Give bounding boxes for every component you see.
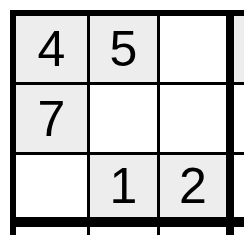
sudoku-cell-r2c4[interactable]: [234, 85, 244, 152]
sudoku-cell-r2c2[interactable]: [90, 85, 157, 152]
sudoku-board: 45712: [10, 10, 244, 235]
sudoku-viewport: 45712: [0, 0, 244, 235]
sudoku-cell-r3c2[interactable]: 1: [90, 155, 157, 217]
sudoku-cell-r4c2[interactable]: [90, 227, 157, 235]
sudoku-cell-r1c1[interactable]: 4: [16, 16, 87, 82]
sudoku-cell-r3c1[interactable]: [16, 155, 87, 217]
sudoku-cell-r4c4[interactable]: [234, 227, 244, 235]
sudoku-cell-r2c1[interactable]: 7: [16, 85, 87, 152]
sudoku-cell-r4c1[interactable]: [16, 227, 87, 235]
sudoku-cell-r4c3[interactable]: [160, 227, 226, 235]
sudoku-cell-r3c3[interactable]: 2: [160, 155, 226, 217]
sudoku-cell-r3c4[interactable]: [234, 155, 244, 217]
sudoku-cell-r1c4[interactable]: [234, 16, 244, 82]
sudoku-cell-r1c3[interactable]: [160, 16, 226, 82]
sudoku-cell-r1c2[interactable]: 5: [90, 16, 157, 82]
sudoku-cell-r2c3[interactable]: [160, 85, 226, 152]
